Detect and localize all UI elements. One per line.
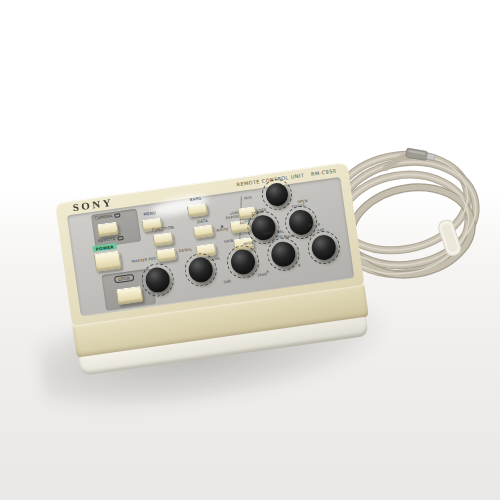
master-ped-label: MASTER PED — [132, 256, 157, 263]
lock-label: LOCK — [114, 274, 135, 284]
selector-patch: CAMERA REMOTE — [91, 209, 141, 248]
remote-key-icon — [117, 236, 123, 240]
white-bal-min-label: R — [266, 270, 269, 274]
gain-min-label: 0dB — [223, 279, 231, 284]
detail-knob — [187, 256, 214, 284]
menu-label: MENU — [143, 211, 156, 217]
camera-label: CAMERA — [94, 213, 120, 221]
white-bal-max-label: B — [298, 263, 301, 267]
lock-button — [116, 286, 144, 305]
gain-knob — [229, 248, 256, 276]
white-bal-r-knob — [270, 240, 297, 268]
iris-knob — [264, 182, 289, 208]
power-button — [93, 251, 121, 272]
iris-label: IRIS — [244, 196, 252, 201]
gain-max-label: 18dB — [257, 272, 267, 277]
master-ped-knob — [144, 266, 171, 294]
white-bal-b-knob — [310, 233, 337, 261]
detail-label: DETAIL — [179, 247, 193, 253]
bars-button — [187, 203, 208, 218]
data-up-button — [193, 224, 214, 239]
camera-key-icon — [114, 213, 120, 217]
model-number: RM-C950 — [311, 168, 337, 177]
r-b-label: R — B — [308, 222, 320, 228]
zoom-knob — [250, 214, 277, 242]
camera-remote-select-button — [96, 221, 119, 237]
function-up-button — [152, 232, 173, 247]
gain-label: GAIN — [224, 239, 234, 244]
function-down-button — [156, 248, 177, 263]
focus-knob — [287, 208, 314, 236]
write-marking: ▲WRITE — [216, 223, 229, 233]
product-photo-scene: SONY REMOTE CONTROL UNITRM-C950 CAMERA R… — [0, 0, 500, 500]
